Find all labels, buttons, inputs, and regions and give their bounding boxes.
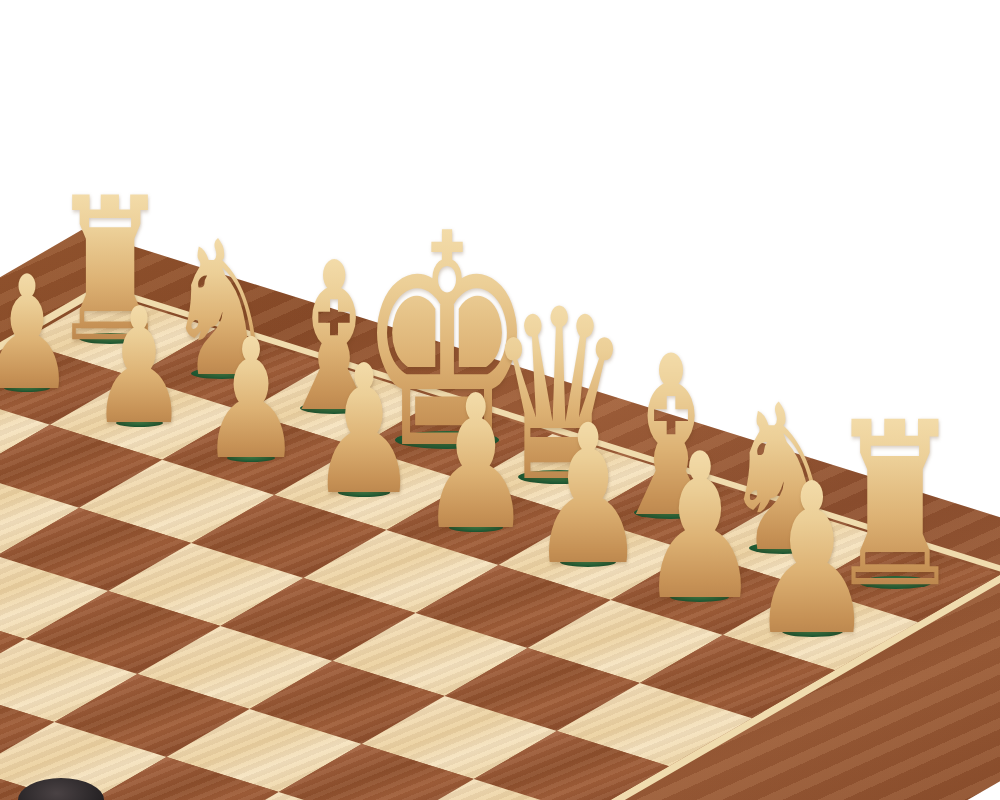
photo-stage: ♜♞♝♚♛♝♞♜♟♟♟♟♟♟♟♟	[0, 0, 1000, 800]
board-squares-grid	[0, 294, 1000, 800]
chess-board	[0, 230, 1000, 800]
